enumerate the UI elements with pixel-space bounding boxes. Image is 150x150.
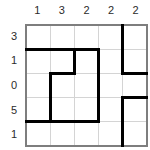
cell-r4c1[interactable] [27, 98, 50, 121]
cell-r4c3[interactable] [75, 98, 98, 121]
cell-r2c4[interactable] [99, 50, 122, 73]
cell-r3c4[interactable] [99, 74, 122, 97]
col-clue-1: 1 [25, 0, 50, 21]
cell-r3c1[interactable] [27, 74, 50, 97]
col-clue-5: 2 [123, 0, 148, 21]
row-clues: 31051 [2, 24, 26, 147]
col-clue-3: 2 [74, 0, 99, 21]
column-clues: 13222 [25, 0, 148, 21]
cell-r2c5[interactable] [123, 50, 146, 73]
cell-r5c5[interactable] [123, 122, 146, 145]
cell-r2c2[interactable] [51, 50, 74, 73]
cell-r5c1[interactable] [27, 122, 50, 145]
cell-r3c3[interactable] [75, 74, 98, 97]
cell-r5c2[interactable] [51, 122, 74, 145]
cell-r5c4[interactable] [99, 122, 122, 145]
row-clue-1: 3 [2, 24, 26, 49]
cell-r1c4[interactable] [99, 26, 122, 49]
cell-r1c2[interactable] [51, 26, 74, 49]
row-clue-5: 1 [2, 122, 26, 147]
board-grid [25, 24, 148, 147]
col-clue-4: 2 [99, 0, 124, 21]
cell-r4c4[interactable] [99, 98, 122, 121]
col-clue-2: 3 [50, 0, 75, 21]
cell-r5c3[interactable] [75, 122, 98, 145]
cell-r4c5[interactable] [123, 98, 146, 121]
row-clue-2: 1 [2, 49, 26, 74]
cell-r2c1[interactable] [27, 50, 50, 73]
cell-r2c3[interactable] [75, 50, 98, 73]
cell-r3c5[interactable] [123, 74, 146, 97]
cell-r1c1[interactable] [27, 26, 50, 49]
row-clue-4: 5 [2, 98, 26, 123]
row-clue-3: 0 [2, 73, 26, 98]
cell-r4c2[interactable] [51, 98, 74, 121]
cell-r1c5[interactable] [123, 26, 146, 49]
aquarium-puzzle: 13222 31051 [0, 0, 150, 150]
cell-r1c3[interactable] [75, 26, 98, 49]
cell-r3c2[interactable] [51, 74, 74, 97]
